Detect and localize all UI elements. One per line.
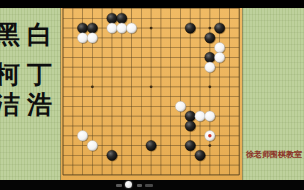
stone-white-3-15 xyxy=(77,131,87,141)
stone-black-16-5 xyxy=(205,33,215,43)
stone-black-17-4 xyxy=(214,23,224,33)
stone-black-6-3 xyxy=(107,13,117,23)
white-player-char-2: 浩 xyxy=(26,92,53,119)
black-color-label: 黑 xyxy=(0,22,21,49)
channel-watermark: 徐老师围棋教室 xyxy=(246,150,304,159)
black-player-char-1: 柯 xyxy=(0,62,21,89)
control-glyph-left xyxy=(116,184,122,187)
stone-black-4-4 xyxy=(87,23,97,33)
stone-black-10-16 xyxy=(146,140,156,150)
color-labels: 黑 白 xyxy=(0,22,60,49)
black-player-char-2: 洁 xyxy=(0,92,21,119)
stone-black-14-13 xyxy=(185,111,195,121)
stone-black-14-4 xyxy=(185,23,195,33)
stone-white-4-5 xyxy=(87,33,97,43)
stone-white-17-6 xyxy=(214,43,224,53)
letterbox-top xyxy=(0,0,304,8)
stone-black-15-17 xyxy=(195,150,205,160)
player-control-bar xyxy=(0,180,304,190)
stone-white-16-13 xyxy=(205,111,215,121)
player-name-chars-1: 柯 丁 xyxy=(0,62,60,89)
stone-white-4-16 xyxy=(87,140,97,150)
stone-black-6-17 xyxy=(107,150,117,160)
control-glyph-right xyxy=(137,184,142,187)
stone-black-3-4 xyxy=(77,23,87,33)
progress-knob-icon[interactable] xyxy=(125,181,132,188)
white-color-label: 白 xyxy=(26,22,53,49)
stone-white-6-4 xyxy=(107,23,117,33)
control-glyph-right-2 xyxy=(145,184,153,187)
star-point xyxy=(208,85,211,88)
player-name-chars-2: 洁 浩 xyxy=(0,92,60,119)
stone-white-3-5 xyxy=(77,33,87,43)
star-point xyxy=(208,27,211,30)
star-point xyxy=(208,144,211,147)
video-content: 黑 白 柯 丁 洁 浩 徐老师围棋教室 xyxy=(0,8,304,180)
stone-black-16-7 xyxy=(205,52,215,62)
stone-black-14-14 xyxy=(185,121,195,131)
stone-white-13-12 xyxy=(175,101,185,111)
star-point xyxy=(150,85,153,88)
white-player-char-1: 丁 xyxy=(26,62,53,89)
stone-white-15-13 xyxy=(195,111,205,121)
stone-white-16-8 xyxy=(205,62,215,72)
stone-black-7-3 xyxy=(117,13,127,23)
stone-white-8-4 xyxy=(126,23,136,33)
stone-black-14-16 xyxy=(185,140,195,150)
last-move-marker xyxy=(208,134,211,137)
video-frame: 黑 白 柯 丁 洁 浩 徐老师围棋教室 xyxy=(0,0,304,190)
star-point xyxy=(91,85,94,88)
stone-white-7-4 xyxy=(117,23,127,33)
star-point xyxy=(150,27,153,30)
stone-white-17-7 xyxy=(214,52,224,62)
